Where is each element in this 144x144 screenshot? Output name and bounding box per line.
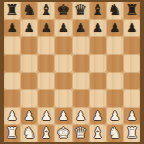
- square-h2[interactable]: ♟: [124, 108, 140, 125]
- square-c7[interactable]: ♟: [38, 20, 54, 37]
- square-a6[interactable]: [4, 37, 20, 54]
- square-a8[interactable]: ♜: [4, 2, 20, 19]
- black-rook-piece: ♜: [125, 2, 138, 17]
- white-pawn-piece: ♟: [24, 110, 35, 122]
- square-b8[interactable]: ♞: [21, 2, 37, 19]
- square-d3[interactable]: [55, 90, 71, 107]
- square-b2[interactable]: ♟: [21, 108, 37, 125]
- square-a4[interactable]: [4, 73, 20, 90]
- black-pawn-piece: ♟: [24, 21, 35, 33]
- square-e2[interactable]: ♟: [73, 108, 89, 125]
- black-pawn-piece: ♟: [109, 21, 120, 33]
- black-pawn-piece: ♟: [41, 21, 52, 33]
- square-c4[interactable]: [38, 73, 54, 90]
- square-d8[interactable]: ♚: [55, 2, 71, 19]
- square-h3[interactable]: [124, 90, 140, 107]
- white-pawn-piece: ♟: [75, 110, 86, 122]
- square-a3[interactable]: [4, 90, 20, 107]
- black-pawn-piece: ♟: [92, 21, 103, 33]
- square-f1[interactable]: ♝: [90, 125, 106, 142]
- square-e6[interactable]: [73, 37, 89, 54]
- white-pawn-piece: ♟: [58, 110, 69, 122]
- white-rook-piece: ♜: [125, 126, 138, 141]
- black-pawn-piece: ♟: [75, 21, 86, 33]
- square-c6[interactable]: [38, 37, 54, 54]
- black-king-piece: ♚: [57, 2, 70, 17]
- black-pawn-piece: ♟: [127, 21, 138, 33]
- square-b6[interactable]: [21, 37, 37, 54]
- square-g5[interactable]: [107, 55, 123, 72]
- white-pawn-piece: ♟: [92, 110, 103, 122]
- square-f7[interactable]: ♟: [90, 20, 106, 37]
- white-pawn-piece: ♟: [7, 110, 18, 122]
- white-pawn-piece: ♟: [109, 110, 120, 122]
- black-pawn-piece: ♟: [7, 21, 18, 33]
- square-e4[interactable]: [73, 73, 89, 90]
- square-c1[interactable]: ♝: [38, 125, 54, 142]
- black-knight-piece: ♞: [22, 2, 35, 17]
- square-g2[interactable]: ♟: [107, 108, 123, 125]
- square-g7[interactable]: ♟: [107, 20, 123, 37]
- square-d4[interactable]: [55, 73, 71, 90]
- square-b1[interactable]: ♞: [21, 125, 37, 142]
- chess-board-frame: ♜♞♝♚♛♝♞♜♟♟♟♟♟♟♟♟♟♟♟♟♟♟♟♟♜♞♝♚♛♝♞♜: [0, 0, 144, 144]
- square-h8[interactable]: ♜: [124, 2, 140, 19]
- white-bishop-piece: ♝: [40, 126, 53, 141]
- square-f4[interactable]: [90, 73, 106, 90]
- black-queen-piece: ♛: [74, 2, 87, 17]
- white-pawn-piece: ♟: [41, 110, 52, 122]
- square-e3[interactable]: [73, 90, 89, 107]
- square-g4[interactable]: [107, 73, 123, 90]
- square-h6[interactable]: [124, 37, 140, 54]
- square-b5[interactable]: [21, 55, 37, 72]
- white-queen-piece: ♛: [74, 126, 87, 141]
- white-rook-piece: ♜: [5, 126, 18, 141]
- square-c8[interactable]: ♝: [38, 2, 54, 19]
- square-h4[interactable]: [124, 73, 140, 90]
- square-f3[interactable]: [90, 90, 106, 107]
- square-e7[interactable]: ♟: [73, 20, 89, 37]
- square-e5[interactable]: [73, 55, 89, 72]
- square-b3[interactable]: [21, 90, 37, 107]
- black-rook-piece: ♜: [5, 2, 18, 17]
- square-a7[interactable]: ♟: [4, 20, 20, 37]
- square-h7[interactable]: ♟: [124, 20, 140, 37]
- square-a5[interactable]: [4, 55, 20, 72]
- square-g1[interactable]: ♞: [107, 125, 123, 142]
- square-f2[interactable]: ♟: [90, 108, 106, 125]
- square-d5[interactable]: [55, 55, 71, 72]
- square-h1[interactable]: ♜: [124, 125, 140, 142]
- square-f6[interactable]: [90, 37, 106, 54]
- square-e8[interactable]: ♛: [73, 2, 89, 19]
- square-d2[interactable]: ♟: [55, 108, 71, 125]
- black-knight-piece: ♞: [108, 2, 121, 17]
- white-king-piece: ♚: [57, 126, 70, 141]
- square-c3[interactable]: [38, 90, 54, 107]
- chess-board: ♜♞♝♚♛♝♞♜♟♟♟♟♟♟♟♟♟♟♟♟♟♟♟♟♜♞♝♚♛♝♞♜: [4, 2, 140, 142]
- square-a2[interactable]: ♟: [4, 108, 20, 125]
- black-bishop-piece: ♝: [40, 2, 53, 17]
- square-d7[interactable]: ♟: [55, 20, 71, 37]
- square-f5[interactable]: [90, 55, 106, 72]
- black-pawn-piece: ♟: [58, 21, 69, 33]
- square-d6[interactable]: [55, 37, 71, 54]
- square-g8[interactable]: ♞: [107, 2, 123, 19]
- square-c2[interactable]: ♟: [38, 108, 54, 125]
- square-b7[interactable]: ♟: [21, 20, 37, 37]
- black-bishop-piece: ♝: [91, 2, 104, 17]
- white-pawn-piece: ♟: [127, 110, 138, 122]
- square-f8[interactable]: ♝: [90, 2, 106, 19]
- square-g6[interactable]: [107, 37, 123, 54]
- square-c5[interactable]: [38, 55, 54, 72]
- white-knight-piece: ♞: [108, 126, 121, 141]
- white-knight-piece: ♞: [22, 126, 35, 141]
- square-g3[interactable]: [107, 90, 123, 107]
- square-b4[interactable]: [21, 73, 37, 90]
- square-e1[interactable]: ♛: [73, 125, 89, 142]
- square-d1[interactable]: ♚: [55, 125, 71, 142]
- square-a1[interactable]: ♜: [4, 125, 20, 142]
- square-h5[interactable]: [124, 55, 140, 72]
- white-bishop-piece: ♝: [91, 126, 104, 141]
